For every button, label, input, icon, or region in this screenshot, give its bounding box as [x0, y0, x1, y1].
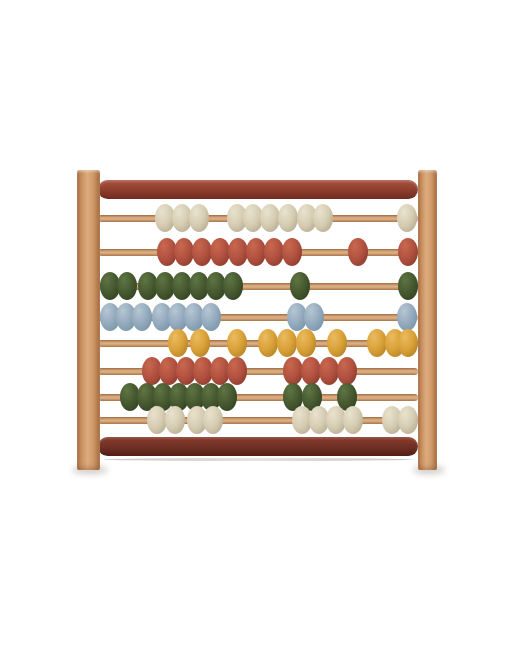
bead-red[interactable] [264, 238, 284, 266]
bead-green[interactable] [117, 272, 137, 300]
bead-yellow[interactable] [296, 329, 316, 357]
bead-cream[interactable] [165, 406, 185, 434]
bead-yellow[interactable] [367, 329, 387, 357]
bead-red[interactable] [227, 357, 247, 385]
bead-red[interactable] [301, 357, 321, 385]
bead-red[interactable] [192, 238, 212, 266]
ground-shadow-line [103, 458, 413, 461]
bead-red[interactable] [348, 238, 368, 266]
bead-red[interactable] [246, 238, 266, 266]
bead-red[interactable] [398, 238, 418, 266]
abacus-scene [0, 0, 516, 645]
bead-yellow[interactable] [168, 329, 188, 357]
bead-blue[interactable] [201, 303, 221, 331]
bead-green[interactable] [217, 383, 237, 411]
right-post [418, 170, 437, 470]
bead-blue[interactable] [132, 303, 152, 331]
bead-red[interactable] [174, 238, 194, 266]
bead-red[interactable] [228, 238, 248, 266]
bead-red[interactable] [210, 238, 230, 266]
bead-green[interactable] [398, 272, 418, 300]
bead-red[interactable] [337, 357, 357, 385]
bead-cream[interactable] [278, 204, 298, 232]
bead-yellow[interactable] [327, 329, 347, 357]
bead-cream[interactable] [260, 204, 280, 232]
bead-red[interactable] [282, 238, 302, 266]
bead-yellow[interactable] [190, 329, 210, 357]
bead-blue[interactable] [304, 303, 324, 331]
bead-red[interactable] [319, 357, 339, 385]
bead-blue[interactable] [397, 303, 417, 331]
bead-green[interactable] [290, 272, 310, 300]
bead-yellow[interactable] [227, 329, 247, 357]
bead-cream[interactable] [189, 204, 209, 232]
left-post [77, 170, 100, 470]
abacus-frame [77, 170, 437, 470]
bead-cream[interactable] [398, 406, 418, 434]
bead-cream[interactable] [147, 406, 167, 434]
top-bar [98, 180, 418, 199]
bead-yellow[interactable] [277, 329, 297, 357]
bead-green[interactable] [223, 272, 243, 300]
bead-cream[interactable] [343, 406, 363, 434]
bead-yellow[interactable] [398, 329, 418, 357]
rod-8 [98, 417, 418, 424]
bead-cream[interactable] [313, 204, 333, 232]
bead-yellow[interactable] [258, 329, 278, 357]
bottom-bar [98, 437, 418, 456]
bead-cream[interactable] [203, 406, 223, 434]
bead-cream[interactable] [397, 204, 417, 232]
bead-red[interactable] [283, 357, 303, 385]
